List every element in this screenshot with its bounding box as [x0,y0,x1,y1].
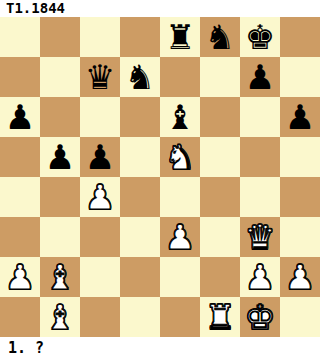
chess-board: ♜♞♚♛♞♟♟♝♟♟♟♞♟♟♛♟♝♟♟♝♜♚ [0,17,320,337]
square-a4[interactable] [0,177,40,217]
white-king-piece[interactable]: ♚ [245,297,275,337]
square-h1[interactable] [280,297,320,337]
square-c6[interactable] [80,97,120,137]
black-queen-piece[interactable]: ♛ [85,57,115,97]
square-g2[interactable]: ♟ [240,257,280,297]
square-g6[interactable] [240,97,280,137]
square-b3[interactable] [40,217,80,257]
square-a2[interactable]: ♟ [0,257,40,297]
black-king-piece[interactable]: ♚ [245,17,275,57]
square-e4[interactable] [160,177,200,217]
square-h6[interactable]: ♟ [280,97,320,137]
square-a7[interactable] [0,57,40,97]
square-f8[interactable]: ♞ [200,17,240,57]
black-pawn-piece[interactable]: ♟ [5,97,35,137]
square-a6[interactable]: ♟ [0,97,40,137]
square-b7[interactable] [40,57,80,97]
square-d3[interactable] [120,217,160,257]
black-bishop-piece[interactable]: ♝ [165,97,195,137]
square-g3[interactable]: ♛ [240,217,280,257]
square-h8[interactable] [280,17,320,57]
black-knight-piece[interactable]: ♞ [205,17,235,57]
square-b1[interactable]: ♝ [40,297,80,337]
white-bishop-piece[interactable]: ♝ [45,297,75,337]
square-c3[interactable] [80,217,120,257]
white-bishop-piece[interactable]: ♝ [45,257,75,297]
white-pawn-piece[interactable]: ♟ [285,257,315,297]
square-g5[interactable] [240,137,280,177]
square-e1[interactable] [160,297,200,337]
square-d1[interactable] [120,297,160,337]
square-d2[interactable] [120,257,160,297]
square-b5[interactable]: ♟ [40,137,80,177]
square-a1[interactable] [0,297,40,337]
square-f2[interactable] [200,257,240,297]
square-f7[interactable] [200,57,240,97]
black-pawn-piece[interactable]: ♟ [45,137,75,177]
square-f1[interactable]: ♜ [200,297,240,337]
square-d8[interactable] [120,17,160,57]
square-g7[interactable]: ♟ [240,57,280,97]
square-e7[interactable] [160,57,200,97]
square-d4[interactable] [120,177,160,217]
square-e2[interactable] [160,257,200,297]
black-knight-piece[interactable]: ♞ [125,57,155,97]
square-c2[interactable] [80,257,120,297]
square-e3[interactable]: ♟ [160,217,200,257]
square-f4[interactable] [200,177,240,217]
square-g1[interactable]: ♚ [240,297,280,337]
black-pawn-piece[interactable]: ♟ [85,137,115,177]
square-h7[interactable] [280,57,320,97]
square-b2[interactable]: ♝ [40,257,80,297]
square-d7[interactable]: ♞ [120,57,160,97]
square-c1[interactable] [80,297,120,337]
square-c4[interactable]: ♟ [80,177,120,217]
white-pawn-piece[interactable]: ♟ [85,177,115,217]
square-b4[interactable] [40,177,80,217]
square-c8[interactable] [80,17,120,57]
puzzle-id: T1.1844 [0,0,320,17]
square-f5[interactable] [200,137,240,177]
square-h4[interactable] [280,177,320,217]
square-b8[interactable] [40,17,80,57]
square-h3[interactable] [280,217,320,257]
white-pawn-piece[interactable]: ♟ [5,257,35,297]
black-rook-piece[interactable]: ♜ [165,17,195,57]
white-knight-piece[interactable]: ♞ [165,137,195,177]
square-b6[interactable] [40,97,80,137]
black-pawn-piece[interactable]: ♟ [285,97,315,137]
white-queen-piece[interactable]: ♛ [245,217,275,257]
square-e8[interactable]: ♜ [160,17,200,57]
square-h5[interactable] [280,137,320,177]
white-pawn-piece[interactable]: ♟ [165,217,195,257]
square-a3[interactable] [0,217,40,257]
square-a5[interactable] [0,137,40,177]
square-f6[interactable] [200,97,240,137]
square-g8[interactable]: ♚ [240,17,280,57]
black-pawn-piece[interactable]: ♟ [245,57,275,97]
square-c7[interactable]: ♛ [80,57,120,97]
square-a8[interactable] [0,17,40,57]
square-g4[interactable] [240,177,280,217]
white-pawn-piece[interactable]: ♟ [245,257,275,297]
square-f3[interactable] [200,217,240,257]
white-rook-piece[interactable]: ♜ [205,297,235,337]
square-c5[interactable]: ♟ [80,137,120,177]
move-prompt: 1. ? [0,337,320,360]
square-e6[interactable]: ♝ [160,97,200,137]
square-d5[interactable] [120,137,160,177]
square-h2[interactable]: ♟ [280,257,320,297]
square-d6[interactable] [120,97,160,137]
square-e5[interactable]: ♞ [160,137,200,177]
